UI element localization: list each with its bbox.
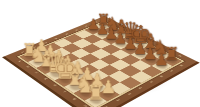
rank-label-1-right: 1 [103, 105, 108, 107]
rank-label-5-right: 5 [148, 81, 153, 84]
rank-label-4-left: 4 [54, 38, 58, 40]
rank-label-2-right: 2 [115, 99, 120, 102]
file-label-g-bottom: g [72, 97, 77, 100]
rank-label-3-right: 3 [126, 93, 131, 96]
file-label-a-bottom: a [17, 60, 22, 62]
rank-label-6-left: 6 [74, 29, 78, 31]
file-label-e-bottom: e [52, 84, 57, 87]
file-label-b-bottom: b [25, 66, 30, 68]
file-label-c-bottom: c [34, 71, 39, 73]
file-label-d-bottom: d [43, 78, 48, 81]
chess-set-product-photo: ♜♞♝♛♚♝♞♜♟♟♟♟♟♟♟♟♟♟♟♟♟♟♟♟♜♞♝♛♚♝♞♜ aabbccd… [0, 0, 200, 107]
rank-label-8-right: 8 [179, 65, 184, 67]
perspective-wrapper: ♜♞♝♛♚♝♞♜♟♟♟♟♟♟♟♟♟♟♟♟♟♟♟♟♜♞♝♛♚♝♞♜ aabbccd… [0, 0, 200, 107]
rank-label-4-right: 4 [138, 87, 143, 90]
rank-label-6-right: 6 [159, 75, 164, 78]
chess-board: ♜♞♝♛♚♝♞♜♟♟♟♟♟♟♟♟♟♟♟♟♟♟♟♟♜♞♝♛♚♝♞♜ aabbccd… [2, 16, 200, 107]
file-label-h-bottom: h [82, 105, 87, 107]
rank-label-7-right: 7 [169, 70, 174, 73]
file-label-f-bottom: f [62, 91, 66, 93]
rank-label-5-left: 5 [64, 33, 68, 35]
playing-area: ♜♞♝♛♚♝♞♜♟♟♟♟♟♟♟♟♟♟♟♟♟♟♟♟♜♞♝♛♚♝♞♜ [20, 22, 182, 107]
